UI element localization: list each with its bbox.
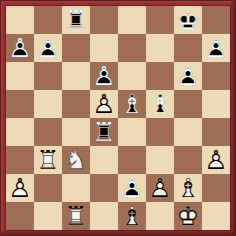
piece-glyph-fill-layer: ♜	[62, 202, 90, 230]
square-b3[interactable]: ♜♖	[34, 146, 62, 174]
white-rook-icon[interactable]: ♜♖	[34, 146, 62, 174]
square-a1[interactable]	[6, 202, 34, 230]
square-f3[interactable]	[146, 146, 174, 174]
square-g7[interactable]	[174, 34, 202, 62]
square-c8[interactable]: ♜♖	[62, 6, 90, 34]
black-rook-icon[interactable]: ♜♖	[90, 118, 118, 146]
square-d1[interactable]	[90, 202, 118, 230]
square-e3[interactable]	[118, 146, 146, 174]
square-a7[interactable]: ♟♙	[6, 34, 34, 62]
piece-glyph-outline-layer: ♘	[62, 146, 90, 174]
piece-glyph-outline-layer: ♔	[174, 6, 202, 34]
square-a4[interactable]	[6, 118, 34, 146]
white-rook-icon[interactable]: ♜♖	[62, 202, 90, 230]
square-g1[interactable]: ♚♔	[174, 202, 202, 230]
black-pawn-icon[interactable]: ♟♙	[118, 174, 146, 202]
piece-glyph-outline-layer: ♙	[6, 34, 34, 62]
square-h2[interactable]	[202, 174, 230, 202]
square-a6[interactable]	[6, 62, 34, 90]
square-g2[interactable]: ♝♗	[174, 174, 202, 202]
black-pawn-icon[interactable]: ♟♙	[90, 62, 118, 90]
piece-glyph-outline-layer: ♖	[62, 202, 90, 230]
piece-glyph-outline-layer: ♙	[118, 174, 146, 202]
square-f1[interactable]	[146, 202, 174, 230]
piece-glyph-outline-layer: ♗	[118, 90, 146, 118]
square-c4[interactable]	[62, 118, 90, 146]
piece-glyph-fill-layer: ♟	[6, 34, 34, 62]
square-e6[interactable]	[118, 62, 146, 90]
piece-glyph-fill-layer: ♟	[90, 90, 118, 118]
piece-glyph-fill-layer: ♟	[202, 146, 230, 174]
piece-glyph-fill-layer: ♜	[62, 6, 90, 34]
square-e5[interactable]: ♝♗	[118, 90, 146, 118]
square-d7[interactable]	[90, 34, 118, 62]
square-g3[interactable]	[174, 146, 202, 174]
square-b5[interactable]	[34, 90, 62, 118]
white-pawn-icon[interactable]: ♟♙	[146, 174, 174, 202]
piece-glyph-outline-layer: ♙	[202, 146, 230, 174]
piece-glyph-fill-layer: ♝	[118, 202, 146, 230]
square-b1[interactable]	[34, 202, 62, 230]
square-b7[interactable]: ♟♙	[34, 34, 62, 62]
square-d3[interactable]	[90, 146, 118, 174]
square-c3[interactable]: ♞♘	[62, 146, 90, 174]
square-g6[interactable]: ♟♙	[174, 62, 202, 90]
square-b2[interactable]	[34, 174, 62, 202]
square-g5[interactable]	[174, 90, 202, 118]
piece-glyph-fill-layer: ♟	[90, 62, 118, 90]
chess-board-frame: ♜♖♚♔♟♙♟♙♟♙♟♙♟♙♟♙♝♗♝♗♜♖♜♖♞♘♟♙♟♙♟♙♟♙♝♗♜♖♝♗…	[0, 0, 236, 236]
black-bishop-icon[interactable]: ♝♗	[118, 90, 146, 118]
piece-glyph-fill-layer: ♚	[174, 6, 202, 34]
square-f8[interactable]	[146, 6, 174, 34]
piece-glyph-fill-layer: ♟	[34, 34, 62, 62]
white-pawn-icon[interactable]: ♟♙	[202, 146, 230, 174]
piece-glyph-fill-layer: ♞	[62, 146, 90, 174]
square-d6[interactable]: ♟♙	[90, 62, 118, 90]
square-a3[interactable]	[6, 146, 34, 174]
piece-glyph-fill-layer: ♚	[174, 202, 202, 230]
black-rook-icon[interactable]: ♜♖	[62, 6, 90, 34]
square-f4[interactable]	[146, 118, 174, 146]
piece-glyph-fill-layer: ♝	[146, 90, 174, 118]
piece-glyph-outline-layer: ♖	[90, 118, 118, 146]
square-a2[interactable]: ♟♙	[6, 174, 34, 202]
black-bishop-icon[interactable]: ♝♗	[146, 90, 174, 118]
white-king-icon[interactable]: ♚♔	[174, 202, 202, 230]
white-pawn-icon[interactable]: ♟♙	[6, 174, 34, 202]
piece-glyph-outline-layer: ♔	[174, 202, 202, 230]
black-king-icon[interactable]: ♚♔	[174, 6, 202, 34]
black-pawn-icon[interactable]: ♟♙	[6, 34, 34, 62]
piece-glyph-fill-layer: ♜	[90, 118, 118, 146]
piece-glyph-outline-layer: ♗	[146, 90, 174, 118]
piece-glyph-outline-layer: ♙	[34, 34, 62, 62]
piece-glyph-outline-layer: ♙	[202, 34, 230, 62]
square-h3[interactable]: ♟♙	[202, 146, 230, 174]
piece-glyph-outline-layer: ♖	[62, 6, 90, 34]
piece-glyph-fill-layer: ♜	[34, 146, 62, 174]
square-h7[interactable]: ♟♙	[202, 34, 230, 62]
square-h6[interactable]	[202, 62, 230, 90]
piece-glyph-fill-layer: ♟	[146, 174, 174, 202]
piece-glyph-outline-layer: ♙	[6, 174, 34, 202]
square-e8[interactable]	[118, 6, 146, 34]
square-a5[interactable]	[6, 90, 34, 118]
square-d2[interactable]	[90, 174, 118, 202]
square-f2[interactable]: ♟♙	[146, 174, 174, 202]
white-bishop-icon[interactable]: ♝♗	[174, 174, 202, 202]
square-e4[interactable]	[118, 118, 146, 146]
square-b8[interactable]	[34, 6, 62, 34]
square-f5[interactable]: ♝♗	[146, 90, 174, 118]
piece-glyph-outline-layer: ♙	[174, 62, 202, 90]
square-h4[interactable]	[202, 118, 230, 146]
piece-glyph-fill-layer: ♟	[6, 174, 34, 202]
white-bishop-icon[interactable]: ♝♗	[118, 202, 146, 230]
square-c1[interactable]: ♜♖	[62, 202, 90, 230]
black-pawn-icon[interactable]: ♟♙	[34, 34, 62, 62]
square-d4[interactable]: ♜♖	[90, 118, 118, 146]
piece-glyph-fill-layer: ♝	[118, 90, 146, 118]
square-c6[interactable]	[62, 62, 90, 90]
square-h5[interactable]	[202, 90, 230, 118]
piece-glyph-fill-layer: ♝	[174, 174, 202, 202]
piece-glyph-fill-layer: ♟	[202, 34, 230, 62]
square-h8[interactable]	[202, 6, 230, 34]
piece-glyph-outline-layer: ♖	[34, 146, 62, 174]
square-f7[interactable]	[146, 34, 174, 62]
square-c7[interactable]	[62, 34, 90, 62]
white-pawn-icon[interactable]: ♟♙	[90, 90, 118, 118]
square-f6[interactable]	[146, 62, 174, 90]
square-e2[interactable]: ♟♙	[118, 174, 146, 202]
square-b4[interactable]	[34, 118, 62, 146]
square-b6[interactable]	[34, 62, 62, 90]
piece-glyph-fill-layer: ♟	[118, 174, 146, 202]
square-e7[interactable]	[118, 34, 146, 62]
square-e1[interactable]: ♝♗	[118, 202, 146, 230]
piece-glyph-outline-layer: ♙	[90, 62, 118, 90]
square-g4[interactable]	[174, 118, 202, 146]
square-c5[interactable]	[62, 90, 90, 118]
white-knight-icon[interactable]: ♞♘	[62, 146, 90, 174]
square-d8[interactable]	[90, 6, 118, 34]
piece-glyph-outline-layer: ♙	[90, 90, 118, 118]
chess-board: ♜♖♚♔♟♙♟♙♟♙♟♙♟♙♟♙♝♗♝♗♜♖♜♖♞♘♟♙♟♙♟♙♟♙♝♗♜♖♝♗…	[6, 6, 230, 230]
black-pawn-icon[interactable]: ♟♙	[202, 34, 230, 62]
square-d5[interactable]: ♟♙	[90, 90, 118, 118]
square-g8[interactable]: ♚♔	[174, 6, 202, 34]
square-c2[interactable]	[62, 174, 90, 202]
square-h1[interactable]	[202, 202, 230, 230]
black-pawn-icon[interactable]: ♟♙	[174, 62, 202, 90]
piece-glyph-fill-layer: ♟	[174, 62, 202, 90]
piece-glyph-outline-layer: ♗	[118, 202, 146, 230]
piece-glyph-outline-layer: ♗	[174, 174, 202, 202]
piece-glyph-outline-layer: ♙	[146, 174, 174, 202]
square-a8[interactable]	[6, 6, 34, 34]
